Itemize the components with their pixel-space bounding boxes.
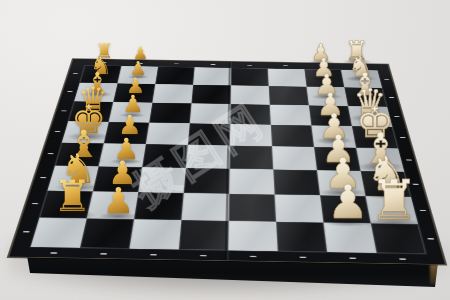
piece-gold-pawn-h2: ♟ <box>98 181 139 218</box>
pieces-layer: ♜♞♝♛♚♝♞♜♟♟♟♟♟♟♟♟♟♟♟♟♟♟♟♟♜♞♝♛♚♝♞♜ <box>0 0 450 300</box>
rook-glyph: ♜ <box>53 175 92 218</box>
pawn-glyph: ♟ <box>102 183 134 219</box>
piece-ivory-rook-h8: ♜ <box>362 170 425 228</box>
chessboard-photo: ♜♞♝♛♚♝♞♜♟♟♟♟♟♟♟♟♟♟♟♟♟♟♟♟♜♞♝♛♚♝♞♜ 摄图网 <box>0 0 450 300</box>
piece-gold-rook-h1: ♜ <box>48 173 98 219</box>
rook-glyph: ♜ <box>369 173 418 228</box>
